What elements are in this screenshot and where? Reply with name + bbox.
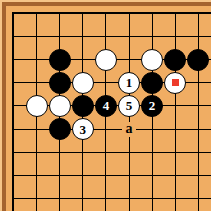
- stone-black: [72, 95, 94, 117]
- go-board: 14523a: [0, 0, 211, 211]
- stone-white-move-5: 5: [118, 95, 140, 117]
- move-number-label: 4: [103, 99, 110, 112]
- stone-white-marked: [164, 72, 186, 94]
- grid-line-horizontal: [12, 36, 211, 37]
- stone-black-move-2: 2: [141, 95, 163, 117]
- grid-line-horizontal: [12, 129, 211, 130]
- stone-black: [49, 72, 71, 94]
- stone-white: [95, 49, 117, 71]
- stone-black: [49, 49, 71, 71]
- stone-black: [164, 49, 186, 71]
- move-number-label: 5: [126, 99, 133, 112]
- stone-white-move-1: 1: [118, 72, 140, 94]
- grid-line-horizontal: [12, 12, 211, 14]
- grid-line-vertical: [12, 12, 14, 211]
- grid-line-horizontal: [12, 175, 211, 176]
- move-number-label: 1: [126, 76, 133, 89]
- move-number-label: 2: [149, 99, 156, 112]
- grid-line-horizontal: [12, 152, 211, 153]
- stone-white: [72, 72, 94, 94]
- stone-black: [141, 72, 163, 94]
- red-square-marker-icon: [172, 79, 179, 86]
- stone-white: [141, 49, 163, 71]
- stone-black: [49, 118, 71, 140]
- grid-line-vertical: [198, 12, 199, 211]
- move-number-label: 3: [80, 122, 87, 135]
- grid-line-horizontal: [12, 198, 211, 199]
- stone-white: [49, 95, 71, 117]
- stone-white: [26, 95, 48, 117]
- go-board-diagram: 14523a: [0, 0, 211, 211]
- grid-line-vertical: [175, 12, 176, 211]
- stone-black: [187, 49, 209, 71]
- point-label-a: a: [122, 122, 136, 137]
- stone-white-move-3: 3: [72, 118, 94, 140]
- stone-black-move-4: 4: [95, 95, 117, 117]
